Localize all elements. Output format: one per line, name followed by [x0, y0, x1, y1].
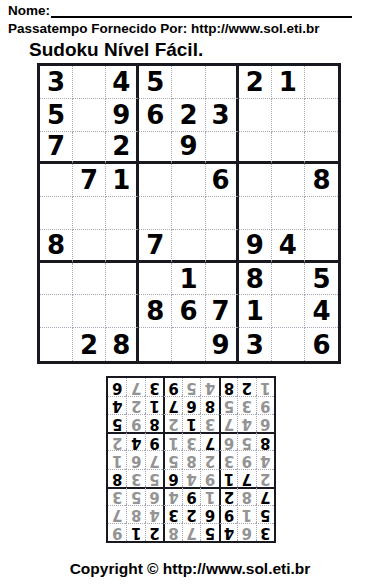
puzzle-cell-r6c6[interactable] [206, 230, 239, 263]
solution-cell-r6c9: 2 [108, 432, 126, 450]
puzzle-cell-r3c9[interactable] [305, 132, 338, 165]
solution-cell-r2c6: 3 [163, 505, 181, 523]
puzzle-cell-r4c6[interactable]: 6 [206, 164, 239, 197]
puzzle-cell-r8c1[interactable] [40, 295, 73, 328]
solution-cell-r3c8: 5 [126, 487, 144, 505]
puzzle-cell-r6c3[interactable] [106, 230, 139, 263]
solution-cell-r4c9: 8 [108, 469, 126, 487]
solution-cell-r8c3: 5 [219, 396, 237, 414]
solution-cell-r6c4: 7 [200, 432, 218, 450]
puzzle-cell-r4c1[interactable] [40, 164, 73, 197]
puzzle-cell-r1c1[interactable]: 3 [40, 66, 73, 99]
puzzle-cell-r2c6[interactable]: 3 [206, 99, 239, 132]
puzzle-cell-r1c2[interactable] [73, 66, 106, 99]
puzzle-cell-r5c4[interactable] [139, 197, 172, 230]
solution-cell-r5c2: 9 [237, 450, 255, 468]
solution-cell-r3c3: 2 [219, 487, 237, 505]
puzzle-cell-r8c6[interactable]: 7 [206, 295, 239, 328]
solution-cell-r3c7: 6 [145, 487, 163, 505]
solution-cell-r4c8: 3 [126, 469, 144, 487]
puzzle-cell-r9c1[interactable] [40, 328, 73, 361]
solution-cell-r4c6: 6 [163, 469, 181, 487]
puzzle-cell-r5c1[interactable] [40, 197, 73, 230]
solution-cell-r1c4: 5 [200, 523, 218, 541]
solution-cell-r4c7: 5 [145, 469, 163, 487]
solution-cell-r7c7: 8 [145, 414, 163, 432]
solution-cell-r7c5: 1 [182, 414, 200, 432]
puzzle-cell-r4c8[interactable] [272, 164, 305, 197]
solution-cell-r9c8: 7 [126, 378, 144, 396]
solution-cell-r9c6: 9 [163, 378, 181, 396]
puzzle-cell-r9c3[interactable]: 8 [106, 328, 139, 361]
solution-cell-r5c6: 5 [163, 450, 181, 468]
solution-cell-r7c4: 3 [200, 414, 218, 432]
puzzle-cell-r5c8[interactable] [272, 197, 305, 230]
puzzle-cell-r2c3[interactable]: 9 [106, 99, 139, 132]
puzzle-cell-r3c2[interactable] [73, 132, 106, 165]
puzzle-cell-r2c4[interactable]: 6 [139, 99, 172, 132]
solution-cell-r2c3: 9 [219, 505, 237, 523]
solution-cell-r1c9: 9 [108, 523, 126, 541]
puzzle-cell-r6c5[interactable] [172, 230, 205, 263]
solution-cell-r2c4: 6 [200, 505, 218, 523]
solution-cell-r4c5: 4 [182, 469, 200, 487]
puzzle-cell-r6c1[interactable]: 8 [40, 230, 73, 263]
copyright-line: Copyright © http://www.sol.eti.br [0, 560, 380, 578]
puzzle-cell-r6c7[interactable]: 9 [239, 230, 272, 263]
solution-cell-r1c7: 2 [145, 523, 163, 541]
solution-cell-r5c7: 7 [145, 450, 163, 468]
puzzle-cell-r4c7[interactable] [239, 164, 272, 197]
puzzle-cell-r9c7[interactable]: 3 [239, 328, 272, 361]
puzzle-cell-r8c8[interactable] [272, 295, 305, 328]
puzzle-cell-r8c3[interactable] [106, 295, 139, 328]
sudoku-puzzle-grid: 3452159623729716887941858671428936 [37, 63, 341, 364]
puzzle-cell-r6c2[interactable] [73, 230, 106, 263]
solution-cell-r1c8: 1 [126, 523, 144, 541]
puzzle-cell-r1c8[interactable]: 1 [272, 66, 305, 99]
solution-cell-r5c8: 6 [126, 450, 144, 468]
solution-cell-r2c5: 2 [182, 505, 200, 523]
puzzle-cell-r4c5[interactable] [172, 164, 205, 197]
solution-cell-r2c8: 8 [126, 505, 144, 523]
puzzle-cell-r7c6[interactable] [206, 263, 239, 296]
puzzle-cell-r8c5[interactable]: 6 [172, 295, 205, 328]
puzzle-cell-r1c9[interactable] [305, 66, 338, 99]
puzzle-cell-r3c4[interactable] [139, 132, 172, 165]
puzzle-cell-r5c3[interactable] [106, 197, 139, 230]
puzzle-cell-r2c5[interactable]: 2 [172, 99, 205, 132]
solution-cell-r6c8: 4 [126, 432, 144, 450]
puzzle-cell-r9c8[interactable] [272, 328, 305, 361]
solution-cell-r5c3: 3 [219, 450, 237, 468]
puzzle-cell-r7c3[interactable] [106, 263, 139, 296]
puzzle-cell-r2c8[interactable] [272, 99, 305, 132]
puzzle-cell-r8c9[interactable]: 4 [305, 295, 338, 328]
page-title: Sudoku Nível Fácil. [29, 39, 203, 61]
solution-cell-r2c1: 5 [256, 505, 274, 523]
puzzle-cell-r5c2[interactable] [73, 197, 106, 230]
puzzle-cell-r6c8[interactable]: 4 [272, 230, 305, 263]
puzzle-cell-r5c7[interactable] [239, 197, 272, 230]
solution-cell-r8c1: 9 [256, 396, 274, 414]
solution-cell-r7c8: 9 [126, 414, 144, 432]
solution-cell-r4c2: 7 [237, 469, 255, 487]
solution-cell-r9c2: 2 [237, 378, 255, 396]
solution-cell-r8c8: 2 [126, 396, 144, 414]
solution-cell-r3c1: 7 [256, 487, 274, 505]
puzzle-cell-r4c3[interactable]: 1 [106, 164, 139, 197]
puzzle-cell-r3c3[interactable]: 2 [106, 132, 139, 165]
puzzle-cell-r2c9[interactable] [305, 99, 338, 132]
solution-cell-r8c9: 4 [108, 396, 126, 414]
puzzle-cell-r8c7[interactable]: 1 [239, 295, 272, 328]
solution-cell-r9c7: 3 [145, 378, 163, 396]
solution-cell-r7c6: 2 [163, 414, 181, 432]
solution-cell-r9c3: 8 [219, 378, 237, 396]
solution-cell-r5c5: 8 [182, 450, 200, 468]
puzzle-cell-r6c9[interactable] [305, 230, 338, 263]
sudoku-solution-grid-rotated: 3645782195196234877821946532719465384932… [106, 376, 276, 543]
puzzle-cell-r4c4[interactable] [139, 164, 172, 197]
solution-cell-r1c5: 7 [182, 523, 200, 541]
solution-cell-r7c9: 5 [108, 414, 126, 432]
solution-cell-r8c7: 1 [145, 396, 163, 414]
sudoku-worksheet-page: Nome: Passatempo Fornecido Por: http://w… [0, 0, 380, 585]
solution-cell-r3c6: 4 [163, 487, 181, 505]
puzzle-cell-r7c8[interactable] [272, 263, 305, 296]
puzzle-cell-r4c9[interactable]: 8 [305, 164, 338, 197]
solution-cell-r8c5: 6 [182, 396, 200, 414]
puzzle-cell-r3c7[interactable] [239, 132, 272, 165]
solution-cell-r3c9: 3 [108, 487, 126, 505]
solution-cell-r6c7: 9 [145, 432, 163, 450]
solution-cell-r2c7: 4 [145, 505, 163, 523]
solution-cell-r7c3: 7 [219, 414, 237, 432]
solution-cell-r6c1: 8 [256, 432, 274, 450]
puzzle-cell-r1c7[interactable]: 2 [239, 66, 272, 99]
solution-cell-r3c5: 9 [182, 487, 200, 505]
puzzle-cell-r5c6[interactable] [206, 197, 239, 230]
puzzle-cell-r1c4[interactable]: 5 [139, 66, 172, 99]
name-label: Nome: [8, 3, 50, 18]
solution-cell-r4c4: 9 [200, 469, 218, 487]
puzzle-cell-r6c4[interactable]: 7 [139, 230, 172, 263]
solution-cell-r1c1: 3 [256, 523, 274, 541]
solution-cell-r6c3: 6 [219, 432, 237, 450]
solution-cell-r3c4: 1 [200, 487, 218, 505]
puzzle-cell-r9c2[interactable]: 2 [73, 328, 106, 361]
puzzle-cell-r8c4[interactable]: 8 [139, 295, 172, 328]
puzzle-cell-r5c5[interactable] [172, 197, 205, 230]
solution-cell-r9c5: 5 [182, 378, 200, 396]
provider-line: Passatempo Fornecido Por: http://www.sol… [8, 21, 320, 36]
puzzle-cell-r9c4[interactable] [139, 328, 172, 361]
name-row: Nome: [8, 3, 352, 18]
puzzle-cell-r7c5[interactable]: 1 [172, 263, 205, 296]
solution-cell-r3c2: 8 [237, 487, 255, 505]
solution-cell-r9c1: 1 [256, 378, 274, 396]
puzzle-cell-r3c8[interactable] [272, 132, 305, 165]
name-fill-line[interactable] [51, 3, 352, 18]
puzzle-cell-r7c7[interactable]: 8 [239, 263, 272, 296]
solution-cell-r8c4: 8 [200, 396, 218, 414]
solution-cell-r6c6: 1 [163, 432, 181, 450]
solution-cell-r9c9: 6 [108, 378, 126, 396]
solution-cell-r8c2: 3 [237, 396, 255, 414]
solution-cell-r2c9: 7 [108, 505, 126, 523]
solution-cell-r2c2: 1 [237, 505, 255, 523]
puzzle-cell-r3c1[interactable]: 7 [40, 132, 73, 165]
puzzle-cell-r7c4[interactable] [139, 263, 172, 296]
puzzle-cell-r1c6[interactable] [206, 66, 239, 99]
puzzle-cell-r9c5[interactable] [172, 328, 205, 361]
solution-cell-r4c3: 1 [219, 469, 237, 487]
puzzle-cell-r4c2[interactable]: 7 [73, 164, 106, 197]
puzzle-cell-r3c5[interactable]: 9 [172, 132, 205, 165]
puzzle-cell-r9c9[interactable]: 6 [305, 328, 338, 361]
puzzle-cell-r9c6[interactable]: 9 [206, 328, 239, 361]
solution-cell-r5c1: 4 [256, 450, 274, 468]
puzzle-cell-r5c9[interactable] [305, 197, 338, 230]
puzzle-cell-r3c6[interactable] [206, 132, 239, 165]
puzzle-cell-r7c1[interactable] [40, 263, 73, 296]
solution-cell-r1c6: 8 [163, 523, 181, 541]
puzzle-cell-r2c2[interactable] [73, 99, 106, 132]
solution-cell-r1c3: 4 [219, 523, 237, 541]
puzzle-cell-r1c5[interactable] [172, 66, 205, 99]
solution-cell-r6c2: 5 [237, 432, 255, 450]
puzzle-cell-r7c9[interactable]: 5 [305, 263, 338, 296]
solution-cell-r7c1: 6 [256, 414, 274, 432]
solution-cell-r6c5: 3 [182, 432, 200, 450]
puzzle-cell-r8c2[interactable] [73, 295, 106, 328]
solution-cell-r4c1: 2 [256, 469, 274, 487]
puzzle-cell-r7c2[interactable] [73, 263, 106, 296]
solution-cell-r5c9: 1 [108, 450, 126, 468]
solution-cell-r1c2: 6 [237, 523, 255, 541]
solution-cell-r9c4: 4 [200, 378, 218, 396]
solution-cell-r8c6: 7 [163, 396, 181, 414]
puzzle-cell-r1c3[interactable]: 4 [106, 66, 139, 99]
solution-cell-r5c4: 2 [200, 450, 218, 468]
solution-cell-r7c2: 4 [237, 414, 255, 432]
puzzle-cell-r2c7[interactable] [239, 99, 272, 132]
puzzle-cell-r2c1[interactable]: 5 [40, 99, 73, 132]
